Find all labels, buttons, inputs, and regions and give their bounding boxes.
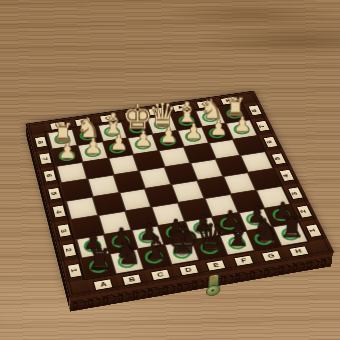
coordinate-plaque: 8 <box>34 136 48 148</box>
square-c5 <box>113 171 145 193</box>
coordinate-plaque: 6 <box>262 136 278 148</box>
coordinate-plaque: 1 <box>66 263 82 278</box>
coordinate-plaque: 7 <box>38 153 52 165</box>
coordinate-plaque: 4 <box>51 205 66 219</box>
clasp-pin <box>211 289 214 292</box>
coordinate-plaque: 4 <box>278 169 295 182</box>
coordinate-plaque: 7 <box>255 120 271 132</box>
coordinate-plaque: 6 <box>42 169 57 182</box>
brass-clasp <box>205 274 218 297</box>
coordinate-plaque: A <box>93 278 114 291</box>
coordinate-plaque: E <box>206 259 227 271</box>
coordinate-plaque: 3 <box>56 224 72 238</box>
chess-set-photo: ABCDEFGH8♜♞♝♚♛♝♞♜87♟♟♟♟♟♟♟♟7665544332♟♟♟… <box>0 0 340 340</box>
square-e4 <box>171 180 204 202</box>
coordinate-plaque: F <box>233 254 254 266</box>
rank-label-6-left: 6 <box>38 166 61 186</box>
chess-board: ABCDEFGH8♜♞♝♚♛♝♞♜87♟♟♟♟♟♟♟♟7665544332♟♟♟… <box>26 91 333 297</box>
rank-label-4-left: 4 <box>47 201 71 223</box>
square-b5 <box>87 175 119 197</box>
rank-label-4-right: 4 <box>273 166 299 186</box>
coordinate-plaque: C <box>150 268 171 280</box>
coordinate-plaque: G <box>261 250 282 262</box>
coordinate-plaque: 5 <box>47 187 62 200</box>
coordinate-plaque: B <box>121 273 142 285</box>
coordinate-plaque: 1 <box>304 223 322 237</box>
clasp-body <box>208 274 219 290</box>
coordinate-plaque: D <box>178 264 199 276</box>
coordinate-plaque: 2 <box>61 243 77 258</box>
rank-label-5-left: 5 <box>42 183 66 204</box>
clasp-lobe <box>205 284 220 297</box>
coordinate-plaque: 5 <box>270 152 286 164</box>
scene-stage: ABCDEFGH8♜♞♝♚♛♝♞♜87♟♟♟♟♟♟♟♟7665544332♟♟♟… <box>0 0 340 340</box>
coordinate-plaque: H <box>288 245 309 257</box>
